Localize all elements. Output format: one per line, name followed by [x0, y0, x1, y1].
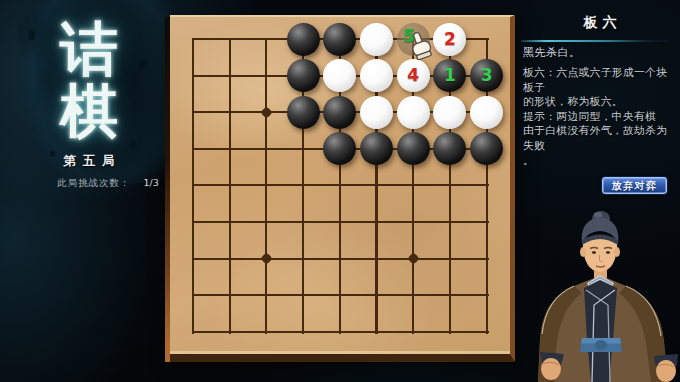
puzzle-description: 板六：六点或六子形成一个块板子的形状，称为板六。提示：两边同型，中央有棋由于白棋…	[523, 66, 677, 168]
move-number-label: 4	[407, 67, 419, 84]
stone-white	[397, 96, 430, 129]
round-label: 第五局	[39, 153, 139, 170]
stone-black	[323, 96, 356, 129]
attempts-counter: 此局挑战次数：1/3	[57, 177, 159, 190]
task-line: 黑先杀白。	[523, 45, 581, 60]
stone-black	[287, 96, 320, 129]
puzzle-description-line: 。	[523, 154, 677, 169]
give-up-button[interactable]: 放弃对弈	[601, 176, 668, 195]
stone-white	[360, 96, 393, 129]
puzzle-description-line: 由于白棋没有外气，故劫杀为失败	[523, 124, 677, 153]
puzzle-name-title: 板六	[522, 14, 678, 32]
game-screen: 诘 棋 第五局 此局挑战次数：1/3 24135 板六 黑先杀白。 板六：六点或…	[0, 0, 680, 382]
attempts-label: 此局挑战次数：	[57, 177, 131, 188]
stone-white	[360, 59, 393, 92]
move-number-label: 1	[444, 67, 456, 84]
puzzle-description-line: 板六：六点或六子形成一个块板子	[523, 66, 677, 95]
calligraphy-char-qi: 棋	[10, 82, 168, 140]
puzzle-title-art: 诘 棋	[10, 0, 168, 200]
stone-white	[360, 23, 393, 56]
title-divider	[521, 40, 677, 42]
stone-black	[323, 23, 356, 56]
character-illustration	[538, 200, 680, 382]
calligraphy-char-jie: 诘	[10, 20, 168, 78]
puzzle-description-line: 提示：两边同型，中央有棋	[523, 110, 677, 125]
stone-black	[287, 59, 320, 92]
puzzle-description-line: 的形状，称为板六。	[523, 95, 677, 110]
move-number-label: 2	[444, 31, 456, 48]
stone-white: 2	[433, 23, 466, 56]
stone-white: 4	[397, 59, 430, 92]
attempts-value: 1/3	[144, 177, 159, 188]
stone-black	[397, 132, 430, 165]
ink-splatter	[130, 140, 136, 149]
stone-white	[470, 96, 503, 129]
stone-black	[287, 23, 320, 56]
stone-black: 3	[470, 59, 503, 92]
stone-white	[433, 96, 466, 129]
hand-cursor-icon	[407, 31, 434, 60]
move-number-label: 3	[481, 67, 493, 84]
